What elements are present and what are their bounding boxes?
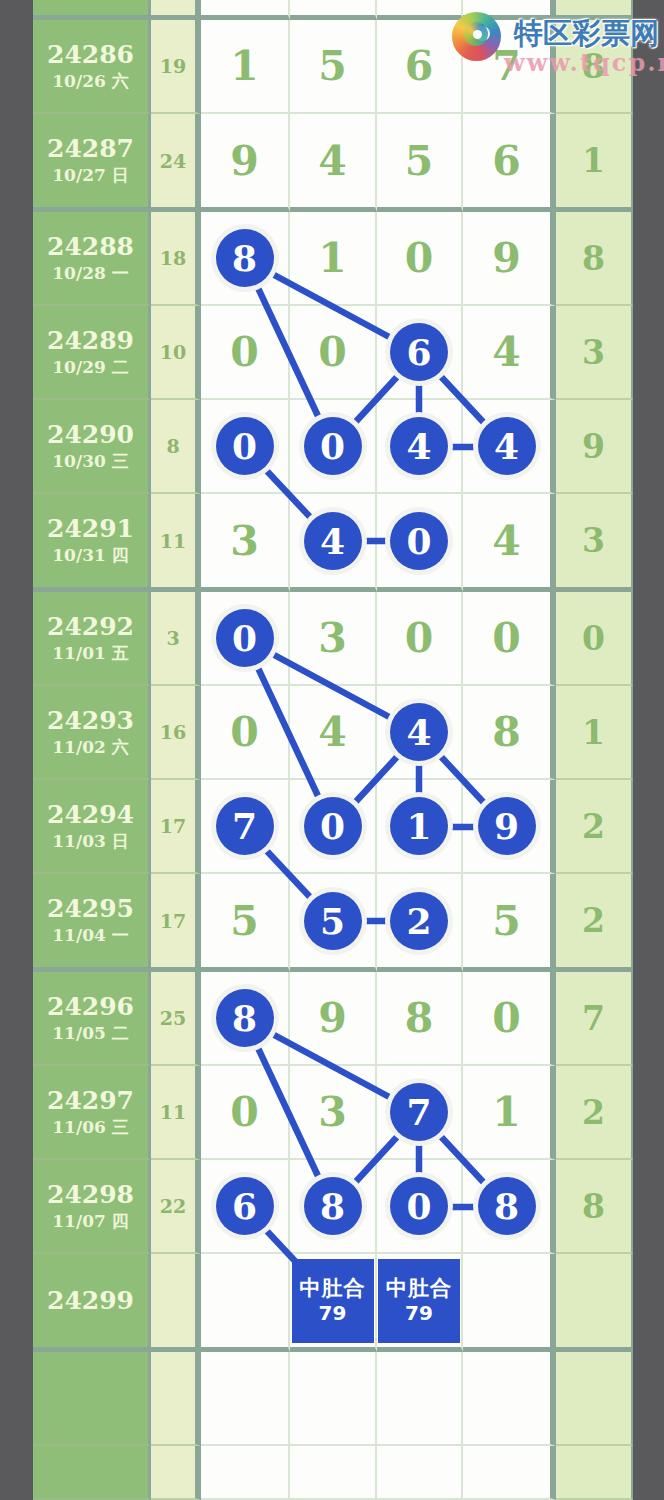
digit-cell: 0 <box>377 592 463 686</box>
sum-count: 11 <box>160 1101 186 1123</box>
sum-count-cell <box>151 1446 201 1500</box>
tail-digit-cell <box>556 1352 633 1446</box>
sum-count: 16 <box>160 721 186 743</box>
digit-cell: 3 <box>290 1066 377 1160</box>
issue-date: 10/31 四 <box>52 544 128 566</box>
digit-cell <box>201 1254 290 1352</box>
issue-cell: 2429811/07 四 <box>33 1160 151 1254</box>
sum-count: 25 <box>160 1007 186 1029</box>
midbox-value: 79 <box>405 1301 433 1325</box>
digit-cell: 0 <box>377 494 463 592</box>
tail-digit: 2 <box>582 807 605 846</box>
tail-digit-cell: 0 <box>556 592 633 686</box>
digit-cell <box>463 1446 556 1500</box>
digit-cell: 0 <box>201 400 290 494</box>
digit-cell: 6 <box>377 20 463 114</box>
midbox-label: 中肚合 <box>300 1276 366 1301</box>
issue-cell: 2429010/30 三 <box>33 400 151 494</box>
sum-count-cell: 11 <box>151 494 201 592</box>
sum-count: 10 <box>160 341 186 363</box>
digit-cell: 0 <box>290 306 377 400</box>
tail-digit: 2 <box>582 1093 605 1132</box>
tail-digit-cell: 8 <box>556 212 633 306</box>
issue-number: 24286 <box>47 40 134 70</box>
issue-cell: 2429211/01 五 <box>33 592 151 686</box>
digit-cell: 5 <box>463 874 556 972</box>
digit-cell: 8 <box>463 1160 556 1254</box>
digit: 4 <box>492 328 521 376</box>
circled-digit: 6 <box>216 1177 274 1235</box>
sum-count-cell: 17 <box>151 874 201 972</box>
digit-cell: 8 <box>377 972 463 1066</box>
tail-digit-cell: 2 <box>556 1066 633 1160</box>
digit-cell <box>201 1352 290 1446</box>
digit-cell: 8 <box>201 212 290 306</box>
sum-count: 19 <box>160 55 186 77</box>
tail-digit-cell: 1 <box>556 114 633 212</box>
tail-digit: 8 <box>582 239 605 278</box>
digit-cell <box>463 1352 556 1446</box>
digit: 1 <box>318 234 347 282</box>
tail-digit: 3 <box>582 521 605 560</box>
digit-cell: 0 <box>201 686 290 780</box>
digit-cell: 4 <box>463 306 556 400</box>
digit-cell <box>463 1254 556 1352</box>
digit-cell: 4 <box>463 400 556 494</box>
digit-cell: 9 <box>201 114 290 212</box>
digit: 1 <box>230 42 259 90</box>
tail-digit: 9 <box>582 427 605 466</box>
tail-digit: 0 <box>582 619 605 658</box>
digit: 0 <box>318 328 347 376</box>
digit: 3 <box>318 1088 347 1136</box>
sum-count-cell: 19 <box>151 20 201 114</box>
circled-digit: 8 <box>304 1177 362 1235</box>
tail-digit: 3 <box>582 333 605 372</box>
digit: 9 <box>492 234 521 282</box>
midbox-label: 中肚合 <box>386 1276 452 1301</box>
issue-cell: 2429611/05 二 <box>33 972 151 1066</box>
digit: 5 <box>230 897 259 945</box>
sum-count: 22 <box>160 1195 186 1217</box>
issue-cell <box>33 1352 151 1446</box>
issue-number: 24299 <box>47 1286 134 1316</box>
midbox-annotation: 中肚合79 <box>378 1259 460 1343</box>
sum-count-cell: 10 <box>151 306 201 400</box>
issue-number: 24295 <box>47 894 134 924</box>
issue-date: 11/05 二 <box>52 1022 128 1044</box>
tail-digit: 1 <box>582 713 605 752</box>
issue-cell: 2429711/06 三 <box>33 1066 151 1160</box>
digit-cell: 6 <box>201 1160 290 1254</box>
sum-count-cell: 11 <box>151 1066 201 1160</box>
digit: 9 <box>318 994 347 1042</box>
digit-cell: 中肚合79 <box>290 1254 377 1352</box>
digit-cell: 3 <box>290 592 377 686</box>
digit: 9 <box>230 137 259 185</box>
issue-number: 24292 <box>47 612 134 642</box>
digit: 0 <box>492 994 521 1042</box>
issue-date: 11/03 日 <box>52 830 128 852</box>
digit-cell <box>290 1352 377 1446</box>
digit-cell: 7 <box>377 1066 463 1160</box>
circled-digit: 4 <box>390 703 448 761</box>
circled-digit: 0 <box>216 417 274 475</box>
digit: 5 <box>318 42 347 90</box>
issue-date: 10/29 二 <box>52 356 128 378</box>
digit: 0 <box>230 708 259 756</box>
digit-cell: 1 <box>377 780 463 874</box>
issue-date: 10/28 一 <box>52 262 128 284</box>
digit-cell: 9 <box>463 212 556 306</box>
circled-digit: 0 <box>390 1177 448 1235</box>
digit-cell: 0 <box>463 592 556 686</box>
site-logo-icon <box>452 12 501 61</box>
digit-cell: 5 <box>377 114 463 212</box>
sum-count-cell <box>151 1254 201 1352</box>
digit-cell <box>377 1352 463 1446</box>
digit: 4 <box>492 517 521 565</box>
tail-digit-cell: 2 <box>556 780 633 874</box>
midbox-value: 79 <box>319 1301 347 1325</box>
issue-date: 11/06 三 <box>52 1116 128 1138</box>
digit-cell: 0 <box>377 212 463 306</box>
digit-cell: 1 <box>290 212 377 306</box>
digit-cell: 中肚合79 <box>377 1254 463 1352</box>
circled-digit: 8 <box>478 1177 536 1235</box>
digit-cell: 8 <box>290 1160 377 1254</box>
digit-cell: 1 <box>201 20 290 114</box>
tail-digit-cell: 7 <box>556 972 633 1066</box>
digit-cell: 0 <box>201 1066 290 1160</box>
digit-cell: 9 <box>290 972 377 1066</box>
issue-number: 24296 <box>47 992 134 1022</box>
circled-digit: 0 <box>216 609 274 667</box>
circled-digit: 9 <box>478 797 536 855</box>
tail-digit-cell: 3 <box>556 494 633 592</box>
issue-date: 11/01 五 <box>52 642 128 664</box>
digit: 0 <box>230 328 259 376</box>
digit: 3 <box>318 614 347 662</box>
sum-count-cell: 25 <box>151 972 201 1066</box>
digit: 5 <box>492 897 521 945</box>
circled-digit: 0 <box>390 512 448 570</box>
circled-digit: 8 <box>216 229 274 287</box>
tail-digit-cell: 1 <box>556 686 633 780</box>
digit-cell <box>290 1446 377 1500</box>
sum-count: 11 <box>160 530 186 552</box>
digit-cell <box>377 1446 463 1500</box>
issue-cell: 24299 <box>33 1254 151 1352</box>
lottery-trend-board: 2428610/26 六19156782428710/27 日249456124… <box>33 0 633 1500</box>
digit: 4 <box>318 137 347 185</box>
issue-number: 24287 <box>47 134 134 164</box>
digit: 0 <box>405 614 434 662</box>
digit: 0 <box>405 234 434 282</box>
digit: 8 <box>492 708 521 756</box>
digit-cell-partial <box>290 0 377 20</box>
circled-digit: 7 <box>390 1083 448 1141</box>
sum-count: 17 <box>160 815 186 837</box>
issue-date: 11/07 四 <box>52 1210 128 1232</box>
tail-digit-cell: 2 <box>556 874 633 972</box>
tail-digit-cell: 9 <box>556 400 633 494</box>
tail-digit-cell: 3 <box>556 306 633 400</box>
digit-cell: 4 <box>463 494 556 592</box>
issue-date: 11/02 六 <box>52 736 128 758</box>
issue-number: 24298 <box>47 1180 134 1210</box>
issue-cell: 2429511/04 一 <box>33 874 151 972</box>
digit-cell: 1 <box>463 1066 556 1160</box>
digit: 0 <box>230 1088 259 1136</box>
circled-digit: 2 <box>390 892 448 950</box>
digit-cell: 2 <box>377 874 463 972</box>
sum-count: 17 <box>160 910 186 932</box>
sum-count-cell: 3 <box>151 592 201 686</box>
issue-number: 24288 <box>47 232 134 262</box>
issue-cell: 2428810/28 一 <box>33 212 151 306</box>
issue-number: 24291 <box>47 514 134 544</box>
tail-digit-cell: 8 <box>556 1160 633 1254</box>
digit-cell: 9 <box>463 780 556 874</box>
sum-count-cell <box>151 1352 201 1446</box>
digit-cell: 0 <box>201 592 290 686</box>
midbox-annotation: 中肚合79 <box>292 1259 374 1343</box>
digit-cell: 5 <box>201 874 290 972</box>
digit: 4 <box>318 708 347 756</box>
sum-count: 8 <box>166 435 179 457</box>
circled-digit: 4 <box>304 512 362 570</box>
digit-cell: 0 <box>201 306 290 400</box>
digit-cell: 0 <box>463 972 556 1066</box>
circled-digit: 6 <box>390 323 448 381</box>
digit-cell: 8 <box>463 686 556 780</box>
digit: 1 <box>492 1088 521 1136</box>
circled-digit: 4 <box>390 417 448 475</box>
digit-cell: 4 <box>377 400 463 494</box>
digit-cell-partial <box>377 0 463 20</box>
digit: 5 <box>405 137 434 185</box>
tail-digit: 8 <box>582 1187 605 1226</box>
issue-number: 24293 <box>47 706 134 736</box>
sum-count-cell: 8 <box>151 400 201 494</box>
circled-digit: 4 <box>478 417 536 475</box>
digit-cell: 4 <box>290 494 377 592</box>
issue-cell: 2428610/26 六 <box>33 20 151 114</box>
sum-count-cell: 24 <box>151 114 201 212</box>
digit-cell: 5 <box>290 20 377 114</box>
digit: 8 <box>405 994 434 1042</box>
issue-date: 10/27 日 <box>52 164 128 186</box>
digit-cell: 3 <box>201 494 290 592</box>
digit-cell: 4 <box>290 686 377 780</box>
circled-digit: 8 <box>216 989 274 1047</box>
digit-cell: 6 <box>463 114 556 212</box>
sum-count: 18 <box>160 247 186 269</box>
tail-digit: 7 <box>582 999 605 1038</box>
digit-cell: 0 <box>377 1160 463 1254</box>
digit-cell: 4 <box>377 686 463 780</box>
tail-digit: 2 <box>582 901 605 940</box>
sum-count-cell: 22 <box>151 1160 201 1254</box>
issue-cell: 2428910/29 二 <box>33 306 151 400</box>
issue-number: 24289 <box>47 326 134 356</box>
issue-number: 24297 <box>47 1086 134 1116</box>
digit: 6 <box>405 42 434 90</box>
digit: 3 <box>230 517 259 565</box>
issue-cell: 2429311/02 六 <box>33 686 151 780</box>
issue-date: 11/04 一 <box>52 924 128 946</box>
digit-cell: 0 <box>290 400 377 494</box>
sum-count: 24 <box>160 150 186 172</box>
issue-cell <box>33 1446 151 1500</box>
digit-cell: 6 <box>377 306 463 400</box>
issue-date: 10/26 六 <box>52 70 128 92</box>
circled-digit: 0 <box>304 797 362 855</box>
digit-cell: 0 <box>290 780 377 874</box>
digit: 6 <box>492 137 521 185</box>
digit-cell-partial <box>201 0 290 20</box>
issue-number: 24294 <box>47 800 134 830</box>
issue-cell: 2429110/31 四 <box>33 494 151 592</box>
tail-digit-cell <box>556 1254 633 1352</box>
issue-cell: 2428710/27 日 <box>33 114 151 212</box>
digit-cell <box>201 1446 290 1500</box>
digit-cell: 8 <box>201 972 290 1066</box>
site-url-watermark: www.tqcp.net <box>504 48 664 77</box>
circled-digit: 0 <box>304 417 362 475</box>
tail-digit-cell <box>556 1446 633 1500</box>
issue-cell: 2429411/03 日 <box>33 780 151 874</box>
tail-digit: 1 <box>582 141 605 180</box>
sum-count-cell: 17 <box>151 780 201 874</box>
digit-cell: 4 <box>290 114 377 212</box>
sum-count-cell: 16 <box>151 686 201 780</box>
digit-cell: 7 <box>201 780 290 874</box>
sum-count: 3 <box>166 627 179 649</box>
issue-date: 10/30 三 <box>52 450 128 472</box>
issue-number: 24290 <box>47 420 134 450</box>
circled-digit: 1 <box>390 797 448 855</box>
issue-cell-partial <box>33 0 151 20</box>
circled-digit: 5 <box>304 892 362 950</box>
digit-cell: 5 <box>290 874 377 972</box>
circled-digit: 7 <box>216 797 274 855</box>
digit: 0 <box>492 614 521 662</box>
count-cell-partial <box>151 0 201 20</box>
sum-count-cell: 18 <box>151 212 201 306</box>
